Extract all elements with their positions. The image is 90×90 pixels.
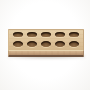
pit-cell-r1c4 bbox=[67, 40, 81, 50]
pit-cell-r0c3 bbox=[53, 30, 67, 40]
pit-cell-r1c2 bbox=[39, 40, 53, 50]
pit-cell-r1c3 bbox=[53, 40, 67, 50]
photo-background bbox=[0, 0, 90, 90]
pit-cell-r1c1 bbox=[25, 40, 39, 50]
pit-r0c4[interactable] bbox=[69, 32, 79, 37]
pit-cell-r0c4 bbox=[67, 30, 81, 40]
mancala-board bbox=[8, 29, 84, 57]
pit-r0c2[interactable] bbox=[41, 32, 51, 37]
board-front-face bbox=[8, 50, 84, 57]
pit-r1c1[interactable] bbox=[27, 41, 37, 47]
pit-cell-r0c1 bbox=[25, 30, 39, 40]
board-top-surface bbox=[8, 29, 84, 50]
pit-cell-r0c2 bbox=[39, 30, 53, 40]
pit-r0c1[interactable] bbox=[27, 32, 37, 37]
pit-r0c0[interactable] bbox=[13, 32, 23, 37]
pit-r1c3[interactable] bbox=[55, 41, 65, 47]
pit-r1c2[interactable] bbox=[41, 41, 51, 47]
pit-r0c3[interactable] bbox=[55, 32, 65, 37]
pit-cell-r1c0 bbox=[11, 40, 25, 50]
pit-cell-r0c0 bbox=[11, 30, 25, 40]
pit-r1c0[interactable] bbox=[13, 41, 23, 47]
pits-grid bbox=[11, 30, 81, 49]
pit-r1c4[interactable] bbox=[69, 41, 79, 47]
